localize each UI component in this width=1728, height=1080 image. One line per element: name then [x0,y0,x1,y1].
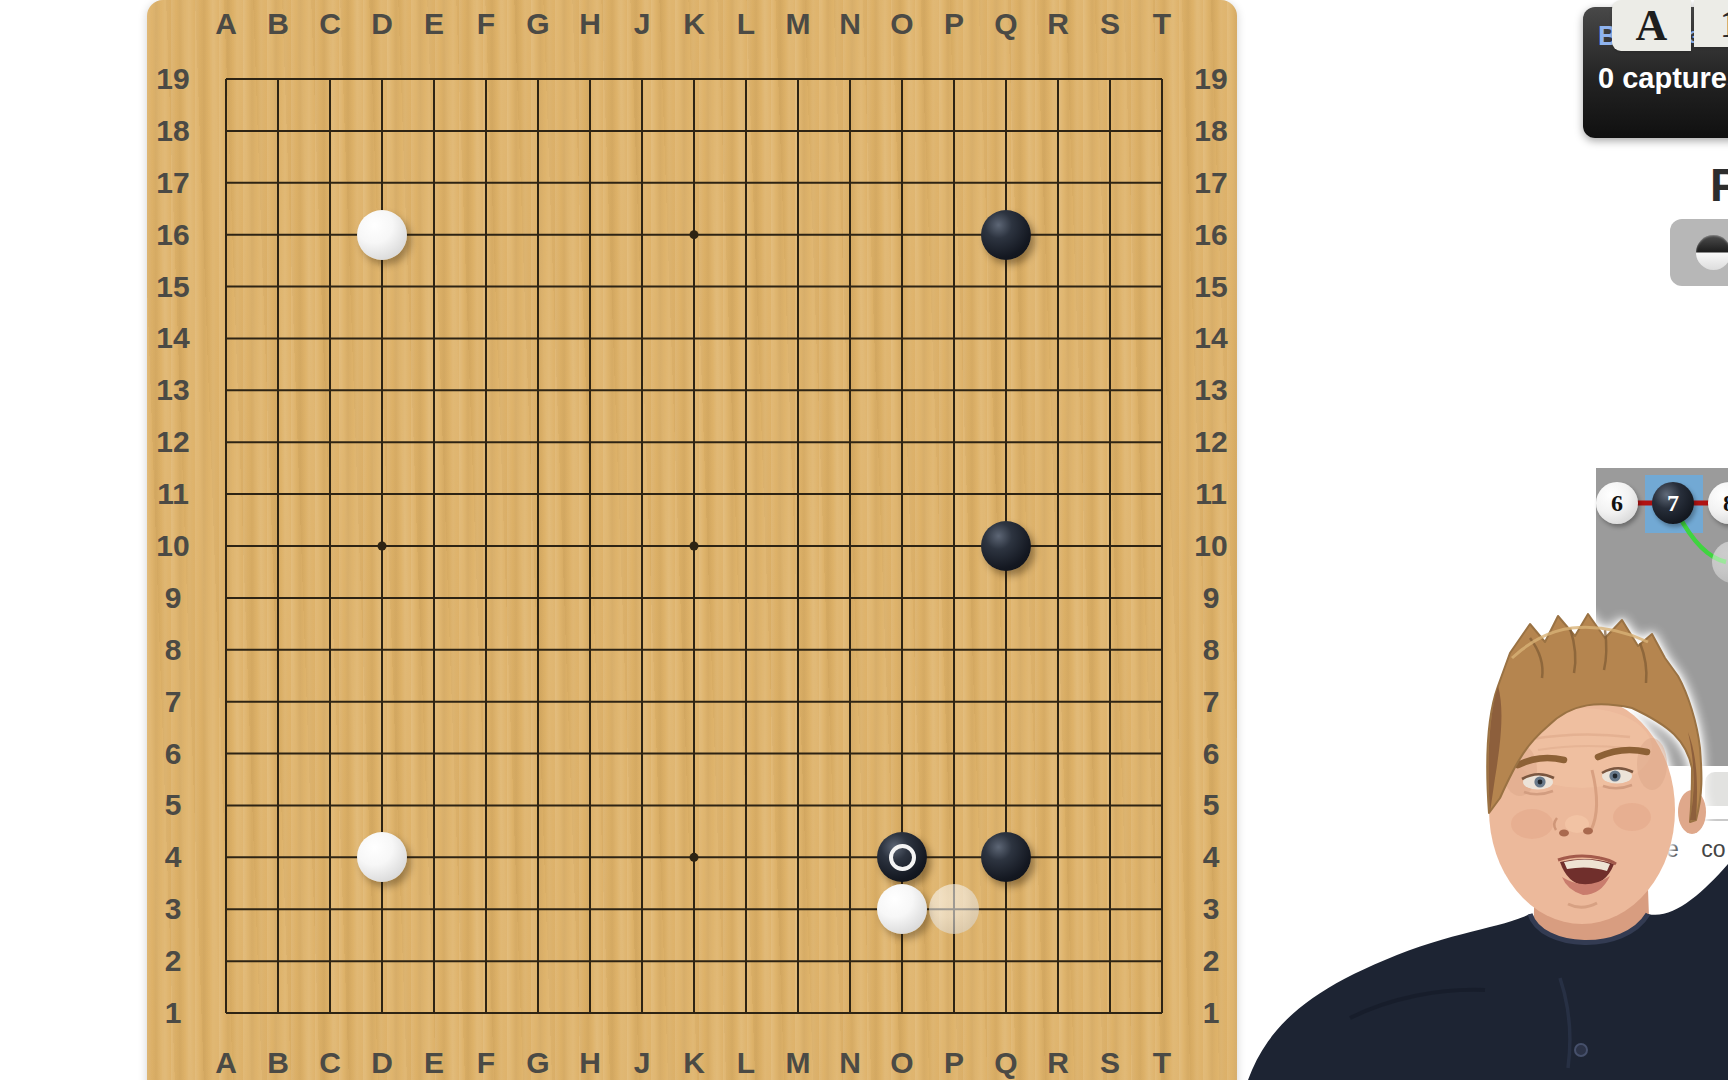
column-label: E [411,1047,457,1079]
board-grid [147,0,1237,1080]
column-label: F [463,8,509,40]
white-stone-D16[interactable] [357,210,407,260]
row-label: 13 [1188,374,1234,406]
row-label: 14 [1188,322,1234,354]
column-label: H [567,1047,613,1079]
column-label: R [1035,1047,1081,1079]
star-point [690,853,699,862]
half-stone-icon [1696,235,1728,270]
column-label: A [203,1047,249,1079]
row-label: 11 [150,478,196,510]
tree-node-move-7[interactable]: 7 [1652,482,1694,524]
row-label: 15 [1188,271,1234,303]
column-label: M [775,1047,821,1079]
webcam-presenter-overlay [1200,598,1728,1080]
column-label: B [255,1047,301,1079]
auto-play-tool-button[interactable] [1670,219,1728,286]
column-label: C [307,1047,353,1079]
row-label: 19 [1188,63,1234,95]
row-label: 14 [150,322,196,354]
row-label: 9 [150,582,196,614]
row-label: 17 [1188,167,1234,199]
column-label: P [931,8,977,40]
row-label: 6 [150,738,196,770]
row-label: 18 [1188,115,1234,147]
column-label: D [359,8,405,40]
ghost-white-stone-P3[interactable] [929,884,979,934]
column-label: N [827,1047,873,1079]
row-label: 4 [150,841,196,873]
row-label: 1 [150,997,196,1029]
last-move-circle-marker [889,844,916,871]
row-label: 10 [1188,530,1234,562]
column-label: O [879,8,925,40]
column-label: T [1139,1047,1185,1079]
pass-button[interactable]: P [1710,158,1728,212]
row-label: 8 [150,634,196,666]
star-point [690,230,699,239]
column-label: J [619,1047,665,1079]
column-label: O [879,1047,925,1079]
row-label: 3 [150,893,196,925]
column-label: A [203,8,249,40]
column-label: M [775,8,821,40]
row-label: 5 [150,789,196,821]
column-label: Q [983,1047,1029,1079]
column-label: S [1087,1047,1133,1079]
row-label: 13 [150,374,196,406]
number-label-tool-button[interactable]: 1 [1694,0,1728,47]
row-label: 12 [1188,426,1234,458]
row-label: 10 [150,530,196,562]
row-label: 16 [150,219,196,251]
black-stone-Q16[interactable] [981,210,1031,260]
row-label: 11 [1188,478,1234,510]
star-point [690,542,699,551]
row-label: 18 [150,115,196,147]
column-label: B [255,8,301,40]
column-label: G [515,8,561,40]
column-label: S [1087,8,1133,40]
row-label: 7 [150,686,196,718]
column-label: C [307,8,353,40]
column-label: Q [983,8,1029,40]
column-label: F [463,1047,509,1079]
column-label: D [359,1047,405,1079]
row-label: 15 [150,271,196,303]
black-stone-O4[interactable] [877,832,927,882]
white-stone-O3[interactable] [877,884,927,934]
column-label: L [723,8,769,40]
row-label: 16 [1188,219,1234,251]
column-label: E [411,8,457,40]
column-label: G [515,1047,561,1079]
tree-node-move-6[interactable]: 6 [1596,482,1638,524]
column-label: N [827,8,873,40]
column-label: L [723,1047,769,1079]
row-label: 17 [150,167,196,199]
column-label: J [619,8,665,40]
column-label: H [567,8,613,40]
column-label: K [671,8,717,40]
black-stone-Q10[interactable] [981,521,1031,571]
captures-count: 0 captures [1598,62,1728,95]
row-label: 2 [150,945,196,977]
row-label: 19 [150,63,196,95]
column-label: T [1139,8,1185,40]
column-label: P [931,1047,977,1079]
row-label: 12 [150,426,196,458]
go-board[interactable]: AABBCCDDEEFFGGHHJJKKLLMMNNOOPPQQRRSSTT19… [147,0,1237,1080]
letter-label-tool-button[interactable]: A [1612,0,1691,51]
black-stone-Q4[interactable] [981,832,1031,882]
star-point [378,542,387,551]
column-label: R [1035,8,1081,40]
white-stone-D4[interactable] [357,832,407,882]
column-label: K [671,1047,717,1079]
